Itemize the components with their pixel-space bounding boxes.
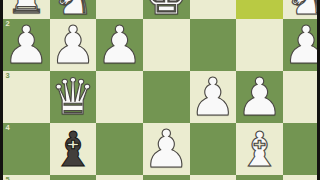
square-g3[interactable]: ♛ xyxy=(50,71,97,123)
piece-white-pawn-h2[interactable]: ♟ xyxy=(3,19,50,71)
piece-white-pawn-e4[interactable]: ♟ xyxy=(143,123,190,175)
square-d1[interactable] xyxy=(190,0,237,19)
left-edge-bar xyxy=(0,0,3,180)
square-b4[interactable] xyxy=(283,123,320,175)
piece-white-pawn-f2[interactable]: ♟ xyxy=(96,19,143,71)
square-g5[interactable] xyxy=(50,175,97,180)
square-e5[interactable]: ♟ xyxy=(143,175,190,180)
chess-board[interactable]: ♜♞♚♞♜2♟♟♟♟♟3♛♟♟4♝♟♝5♟♝♟♞♟♞ xyxy=(3,0,317,180)
square-c1[interactable] xyxy=(236,0,283,19)
square-g4[interactable]: ♝ xyxy=(50,123,97,175)
square-h4[interactable]: 4 xyxy=(3,123,50,175)
piece-white-pawn-c3[interactable]: ♟ xyxy=(236,71,283,123)
chess-app-screenshot: ♜♞♚♞♜2♟♟♟♟♟3♛♟♟4♝♟♝5♟♝♟♞♟♞ xyxy=(0,0,320,180)
square-f2[interactable]: ♟ xyxy=(96,19,143,71)
square-d4[interactable] xyxy=(190,123,237,175)
square-h3[interactable]: 3 xyxy=(3,71,50,123)
square-d3[interactable]: ♟ xyxy=(190,71,237,123)
square-f5[interactable] xyxy=(96,175,143,180)
piece-white-queen-g3[interactable]: ♛ xyxy=(51,72,96,122)
square-e3[interactable] xyxy=(143,71,190,123)
rank-label-5: 5 xyxy=(6,176,10,180)
piece-white-pawn-g2[interactable]: ♟ xyxy=(50,19,97,71)
piece-white-pawn-b2[interactable]: ♟ xyxy=(283,19,320,71)
square-c4[interactable]: ♝ xyxy=(236,123,283,175)
square-e2[interactable] xyxy=(143,19,190,71)
square-h5[interactable]: 5 xyxy=(3,175,50,180)
square-d2[interactable] xyxy=(190,19,237,71)
piece-black-bishop-g4[interactable]: ♝ xyxy=(51,125,94,173)
square-e1[interactable]: ♚ xyxy=(143,0,190,19)
rank-label-2: 2 xyxy=(6,20,10,28)
rank-label-3: 3 xyxy=(6,72,10,80)
square-b5[interactable] xyxy=(283,175,320,180)
square-c3[interactable]: ♟ xyxy=(236,71,283,123)
piece-black-pawn-e5[interactable]: ♟ xyxy=(143,175,190,180)
square-f4[interactable] xyxy=(96,123,143,175)
rank-label-4: 4 xyxy=(6,124,10,132)
piece-white-bishop-c4[interactable]: ♝ xyxy=(238,125,281,173)
square-c5[interactable] xyxy=(236,175,283,180)
square-b3[interactable] xyxy=(283,71,320,123)
square-f3[interactable] xyxy=(96,71,143,123)
square-e4[interactable]: ♟ xyxy=(143,123,190,175)
square-g2[interactable]: ♟ xyxy=(50,19,97,71)
square-c2[interactable] xyxy=(236,19,283,71)
piece-white-pawn-d3[interactable]: ♟ xyxy=(190,71,237,123)
square-b2[interactable]: ♟ xyxy=(283,19,320,71)
square-h2[interactable]: 2♟ xyxy=(3,19,50,71)
square-d5[interactable] xyxy=(190,175,237,180)
